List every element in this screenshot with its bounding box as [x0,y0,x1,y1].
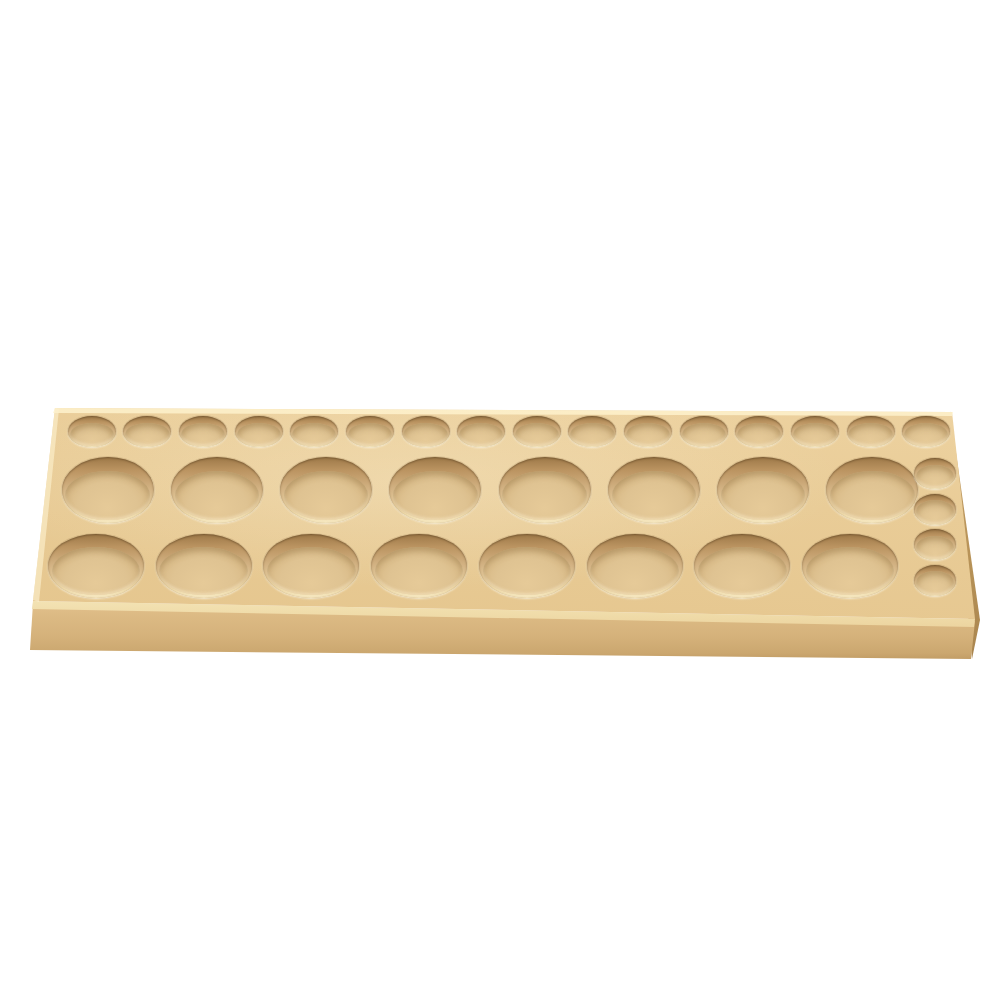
pit-middle-row-2[interactable] [171,457,263,523]
pit-bottom-row-5[interactable] [479,534,575,598]
pit-bottom-row-6[interactable] [587,534,683,598]
pit-top-row-11[interactable] [624,416,672,447]
pit-bottom-row-7[interactable] [694,534,790,598]
pit-middle-row-8[interactable] [826,457,918,523]
pit-row-middle [53,456,927,524]
pit-right-column-3[interactable] [914,529,956,560]
pit-right-column-2[interactable] [914,494,956,525]
pit-middle-row-5[interactable] [499,457,591,523]
pit-middle-row-1[interactable] [62,457,154,523]
pit-bottom-row-4[interactable] [371,534,467,598]
pit-middle-row-6[interactable] [608,457,700,523]
pit-top-row-5[interactable] [290,416,338,447]
product-photo [0,0,1000,1000]
pit-row-top [64,416,954,447]
pit-top-row-6[interactable] [346,416,394,447]
pit-top-row-9[interactable] [513,416,561,447]
pit-top-row-8[interactable] [457,416,505,447]
pit-bottom-row-3[interactable] [263,534,359,598]
pit-top-row-3[interactable] [179,416,227,447]
pit-bottom-row-2[interactable] [156,534,252,598]
pit-top-row-2[interactable] [123,416,171,447]
pit-bottom-row-1[interactable] [48,534,144,598]
pit-top-row-1[interactable] [68,416,116,447]
pit-right-column-1[interactable] [914,458,956,489]
pit-top-row-14[interactable] [791,416,839,447]
pit-top-row-12[interactable] [680,416,728,447]
pit-top-row-13[interactable] [735,416,783,447]
pit-row-bottom [42,534,904,598]
pit-column-right [914,456,956,598]
pit-top-row-7[interactable] [402,416,450,447]
pit-top-row-16[interactable] [902,416,950,447]
pit-middle-row-7[interactable] [717,457,809,523]
pit-middle-row-3[interactable] [280,457,372,523]
pit-top-row-10[interactable] [568,416,616,447]
pit-middle-row-4[interactable] [389,457,481,523]
pit-right-column-4[interactable] [914,565,956,596]
pit-top-row-4[interactable] [235,416,283,447]
pit-top-row-15[interactable] [847,416,895,447]
pit-bottom-row-8[interactable] [802,534,898,598]
